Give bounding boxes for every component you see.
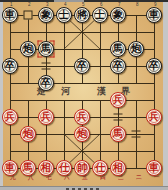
piece-red-soldier[interactable]: 兵 — [110, 92, 126, 108]
piece-red-horse[interactable]: 馬 — [110, 126, 126, 142]
piece-black-soldier[interactable]: 卒 — [38, 75, 54, 91]
piece-red-soldier[interactable]: 兵 — [2, 109, 18, 125]
piece-black-chariot[interactable]: 車 — [2, 7, 18, 23]
last-move-from-marker — [24, 11, 33, 20]
status-bar-text — [66, 188, 100, 190]
piece-black-soldier[interactable]: 卒 — [110, 58, 126, 74]
board-point-mark — [132, 131, 141, 138]
piece-black-soldier[interactable]: 卒 — [146, 58, 162, 74]
piece-black-chariot[interactable]: 車 — [146, 7, 162, 23]
piece-red-soldier[interactable]: 兵 — [38, 109, 54, 125]
piece-red-cannon[interactable]: 炮 — [20, 126, 36, 142]
piece-red-advisor[interactable]: 仕 — [56, 160, 72, 176]
piece-black-horse[interactable]: 馬 — [38, 41, 54, 57]
piece-black-cannon[interactable]: 炮 — [128, 41, 144, 57]
piece-black-elephant[interactable]: 象 — [110, 7, 126, 23]
xiangqi-board[interactable]: 楚 河 漢 界 123456789九八七六五四三二一 車象士將士象車炮馬馬炮卒卒… — [3, 2, 163, 186]
piece-red-chariot[interactable]: 車 — [146, 160, 162, 176]
piece-red-advisor[interactable]: 仕 — [92, 160, 108, 176]
board-point-mark — [114, 114, 123, 121]
piece-black-advisor[interactable]: 士 — [92, 7, 108, 23]
piece-black-horse[interactable]: 馬 — [110, 41, 126, 57]
piece-black-elephant[interactable]: 象 — [38, 7, 54, 23]
board-point-mark — [42, 63, 51, 70]
piece-red-horse[interactable]: 馬 — [20, 160, 36, 176]
piece-red-chariot[interactable]: 車 — [2, 160, 18, 176]
piece-red-general[interactable]: 帥 — [74, 160, 90, 176]
piece-black-general[interactable]: 將 — [74, 7, 90, 23]
board-grid[interactable]: 車象士將士象車炮馬馬炮卒卒卒卒卒兵兵兵兵兵炮炮馬車馬相仕帥仕相車 — [1, 6, 163, 176]
piece-red-elephant[interactable]: 相 — [38, 160, 54, 176]
piece-black-soldier[interactable]: 卒 — [2, 58, 18, 74]
status-bar — [0, 186, 168, 190]
piece-red-soldier[interactable]: 兵 — [146, 109, 162, 125]
piece-black-soldier[interactable]: 卒 — [74, 58, 90, 74]
piece-red-cannon[interactable]: 炮 — [74, 126, 90, 142]
piece-black-advisor[interactable]: 士 — [56, 7, 72, 23]
piece-black-cannon[interactable]: 炮 — [20, 41, 36, 57]
piece-red-soldier[interactable]: 兵 — [74, 109, 90, 125]
piece-red-elephant[interactable]: 相 — [110, 160, 126, 176]
xiangqi-window: 楚 河 漢 界 123456789九八七六五四三二一 車象士將士象車炮馬馬炮卒卒… — [0, 0, 168, 190]
